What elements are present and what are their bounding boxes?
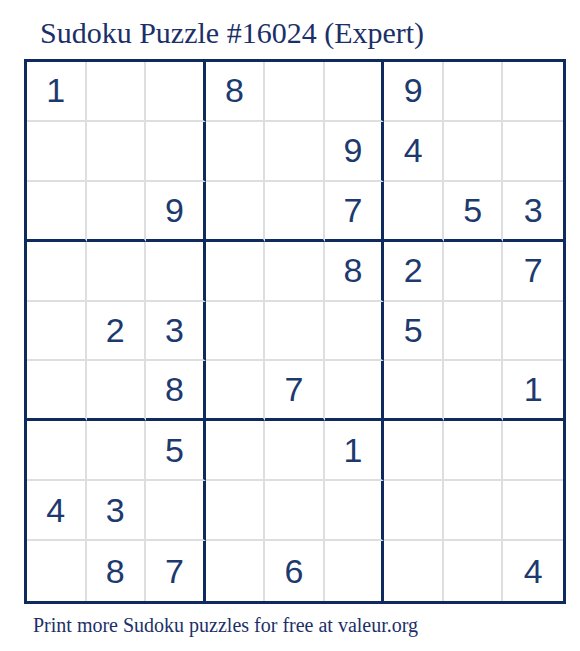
cell-r4c2 <box>87 242 147 302</box>
cell-r1c1: 1 <box>27 62 87 122</box>
footer-text: Print more Sudoku puzzles for free at va… <box>33 613 418 637</box>
cell-r4c4 <box>206 242 266 302</box>
cell-r2c9 <box>503 122 563 182</box>
cell-r4c5 <box>265 242 325 302</box>
cell-r1c4: 8 <box>206 62 266 122</box>
cell-r2c7: 4 <box>384 122 444 182</box>
cell-r7c7 <box>384 421 444 481</box>
sudoku-board: 18994975382723587151438764 <box>24 59 566 604</box>
cell-r1c8 <box>444 62 504 122</box>
cell-r1c5 <box>265 62 325 122</box>
cell-r5c7: 5 <box>384 302 444 362</box>
cell-r9c2: 8 <box>87 541 147 601</box>
cell-r9c9: 4 <box>503 541 563 601</box>
cell-r3c1 <box>27 182 87 242</box>
cell-r3c3: 9 <box>146 182 206 242</box>
cell-r2c4 <box>206 122 266 182</box>
cell-r2c1 <box>27 122 87 182</box>
cell-r4c3 <box>146 242 206 302</box>
cell-r5c3: 3 <box>146 302 206 362</box>
cell-r5c9 <box>503 302 563 362</box>
cell-r9c6 <box>325 541 385 601</box>
cell-r6c9: 1 <box>503 361 563 421</box>
cell-r6c3: 8 <box>146 361 206 421</box>
cell-r6c8 <box>444 361 504 421</box>
cell-r6c4 <box>206 361 266 421</box>
cell-r5c1 <box>27 302 87 362</box>
cell-r2c2 <box>87 122 147 182</box>
cell-r1c9 <box>503 62 563 122</box>
cell-r8c8 <box>444 481 504 541</box>
puzzle-title: Sudoku Puzzle #16024 (Expert) <box>40 16 424 50</box>
cell-r9c8 <box>444 541 504 601</box>
cell-r8c6 <box>325 481 385 541</box>
cell-r7c6: 1 <box>325 421 385 481</box>
cell-r9c5: 6 <box>265 541 325 601</box>
cell-r5c6 <box>325 302 385 362</box>
cell-r5c8 <box>444 302 504 362</box>
cell-r8c7 <box>384 481 444 541</box>
cell-r8c5 <box>265 481 325 541</box>
cell-r3c7 <box>384 182 444 242</box>
cell-r6c7 <box>384 361 444 421</box>
cell-r3c8: 5 <box>444 182 504 242</box>
cell-r1c2 <box>87 62 147 122</box>
cell-r7c1 <box>27 421 87 481</box>
cell-r4c8 <box>444 242 504 302</box>
cell-r8c4 <box>206 481 266 541</box>
cell-r8c1: 4 <box>27 481 87 541</box>
cell-r7c9 <box>503 421 563 481</box>
cell-r3c4 <box>206 182 266 242</box>
cell-r7c3: 5 <box>146 421 206 481</box>
cell-r3c2 <box>87 182 147 242</box>
cell-r6c1 <box>27 361 87 421</box>
cell-r2c8 <box>444 122 504 182</box>
cell-r1c6 <box>325 62 385 122</box>
cell-r7c5 <box>265 421 325 481</box>
cell-r5c2: 2 <box>87 302 147 362</box>
cell-r1c7: 9 <box>384 62 444 122</box>
cell-r9c1 <box>27 541 87 601</box>
cell-r3c6: 7 <box>325 182 385 242</box>
cell-r8c9 <box>503 481 563 541</box>
cell-r7c4 <box>206 421 266 481</box>
cell-r2c5 <box>265 122 325 182</box>
cell-r2c3 <box>146 122 206 182</box>
cell-r9c4 <box>206 541 266 601</box>
cell-r6c5: 7 <box>265 361 325 421</box>
cell-r6c2 <box>87 361 147 421</box>
cell-r7c8 <box>444 421 504 481</box>
cell-r6c6 <box>325 361 385 421</box>
cell-r2c6: 9 <box>325 122 385 182</box>
cell-r4c6: 8 <box>325 242 385 302</box>
cell-r4c7: 2 <box>384 242 444 302</box>
cell-r4c9: 7 <box>503 242 563 302</box>
cell-r8c3 <box>146 481 206 541</box>
cell-r1c3 <box>146 62 206 122</box>
cell-r4c1 <box>27 242 87 302</box>
cell-r5c5 <box>265 302 325 362</box>
cell-r9c7 <box>384 541 444 601</box>
cell-r3c5 <box>265 182 325 242</box>
cell-r7c2 <box>87 421 147 481</box>
cell-r5c4 <box>206 302 266 362</box>
cell-r3c9: 3 <box>503 182 563 242</box>
cell-r8c2: 3 <box>87 481 147 541</box>
cell-r9c3: 7 <box>146 541 206 601</box>
